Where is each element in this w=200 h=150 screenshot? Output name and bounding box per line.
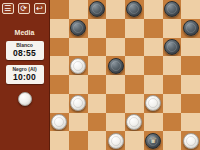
board-cell-c6[interactable] bbox=[88, 38, 107, 57]
board-cell-h4[interactable] bbox=[181, 75, 200, 94]
board-cell-e6[interactable] bbox=[125, 38, 144, 57]
board-cell-f1[interactable]: ♛ bbox=[144, 131, 163, 150]
piece-ring bbox=[73, 98, 83, 108]
board-cell-d2[interactable] bbox=[106, 113, 125, 132]
black-man-piece[interactable] bbox=[183, 20, 199, 36]
app: ☰ ⟳ ↩ Media Blanco 08:55 Negro (AI) 10:0… bbox=[0, 0, 200, 150]
board-cell-b1[interactable] bbox=[69, 131, 88, 150]
piece-ring bbox=[73, 23, 83, 33]
board-cell-e1[interactable] bbox=[125, 131, 144, 150]
board-cell-f6[interactable] bbox=[144, 38, 163, 57]
board-cell-c5[interactable] bbox=[88, 56, 107, 75]
board-cell-h3[interactable] bbox=[181, 94, 200, 113]
board-cell-d3[interactable] bbox=[106, 94, 125, 113]
board-cell-d1[interactable] bbox=[106, 131, 125, 150]
board-cell-b4[interactable] bbox=[69, 75, 88, 94]
board-cell-h8[interactable] bbox=[181, 0, 200, 19]
board-cell-b6[interactable] bbox=[69, 38, 88, 57]
black-king-piece[interactable]: ♛ bbox=[145, 133, 161, 149]
white-man-piece[interactable] bbox=[70, 95, 86, 111]
difficulty-label: Media bbox=[15, 29, 35, 36]
undo-button[interactable]: ↩ bbox=[34, 3, 46, 14]
board-cell-g5[interactable] bbox=[163, 56, 182, 75]
black-man-piece[interactable] bbox=[126, 1, 142, 17]
black-man-piece[interactable] bbox=[89, 1, 105, 17]
board-cell-f7[interactable] bbox=[144, 19, 163, 38]
piece-ring bbox=[111, 136, 121, 146]
board-cell-a5[interactable] bbox=[50, 56, 69, 75]
piece-ring bbox=[186, 23, 196, 33]
board-cell-a2[interactable] bbox=[50, 113, 69, 132]
white-timer-card: Blanco 08:55 bbox=[6, 41, 44, 60]
board-cell-b7[interactable] bbox=[69, 19, 88, 38]
board: ♛ bbox=[50, 0, 200, 150]
board-cell-c7[interactable] bbox=[88, 19, 107, 38]
board-cell-g7[interactable] bbox=[163, 19, 182, 38]
board-cell-a1[interactable] bbox=[50, 131, 69, 150]
piece-ring bbox=[186, 136, 196, 146]
board-cell-c3[interactable] bbox=[88, 94, 107, 113]
board-cell-e8[interactable] bbox=[125, 0, 144, 19]
board-cell-b3[interactable] bbox=[69, 94, 88, 113]
black-timer-card: Negro (AI) 10:00 bbox=[6, 65, 44, 84]
white-man-piece[interactable] bbox=[70, 58, 86, 74]
board-cell-c4[interactable] bbox=[88, 75, 107, 94]
board-cell-h7[interactable] bbox=[181, 19, 200, 38]
white-man-piece[interactable] bbox=[145, 95, 161, 111]
black-man-piece[interactable] bbox=[70, 20, 86, 36]
black-man-piece[interactable] bbox=[164, 1, 180, 17]
board-cell-d7[interactable] bbox=[106, 19, 125, 38]
white-man-piece[interactable] bbox=[183, 133, 199, 149]
board-cell-a8[interactable] bbox=[50, 0, 69, 19]
white-man-piece[interactable] bbox=[108, 133, 124, 149]
board-cell-d4[interactable] bbox=[106, 75, 125, 94]
board-cell-e5[interactable] bbox=[125, 56, 144, 75]
white-timer-value: 08:55 bbox=[6, 48, 44, 58]
board-cell-g1[interactable] bbox=[163, 131, 182, 150]
menu-icon: ☰ bbox=[4, 4, 11, 12]
board-cell-g4[interactable] bbox=[163, 75, 182, 94]
board-cell-b5[interactable] bbox=[69, 56, 88, 75]
board-cell-g6[interactable] bbox=[163, 38, 182, 57]
black-timer-value: 10:00 bbox=[6, 72, 44, 82]
piece-ring bbox=[167, 42, 177, 52]
board-cell-d5[interactable] bbox=[106, 56, 125, 75]
board-cell-h5[interactable] bbox=[181, 56, 200, 75]
board-cell-h1[interactable] bbox=[181, 131, 200, 150]
menu-button[interactable]: ☰ bbox=[2, 3, 14, 14]
board-cell-g8[interactable] bbox=[163, 0, 182, 19]
board-cell-a4[interactable] bbox=[50, 75, 69, 94]
board-cell-h2[interactable] bbox=[181, 113, 200, 132]
board-cell-e7[interactable] bbox=[125, 19, 144, 38]
board-cell-f8[interactable] bbox=[144, 0, 163, 19]
board-cell-g3[interactable] bbox=[163, 94, 182, 113]
piece-ring bbox=[54, 117, 64, 127]
board-cell-c1[interactable] bbox=[88, 131, 107, 150]
board-cell-a7[interactable] bbox=[50, 19, 69, 38]
toolbar: ☰ ⟳ ↩ bbox=[2, 3, 48, 14]
sidebar: ☰ ⟳ ↩ Media Blanco 08:55 Negro (AI) 10:0… bbox=[0, 0, 50, 150]
piece-ring bbox=[129, 117, 139, 127]
board-cell-e4[interactable] bbox=[125, 75, 144, 94]
board-cell-d6[interactable] bbox=[106, 38, 125, 57]
undo-icon: ↩ bbox=[36, 4, 43, 12]
white-man-piece[interactable] bbox=[51, 114, 67, 130]
board-cell-b8[interactable] bbox=[69, 0, 88, 19]
board-cell-c8[interactable] bbox=[88, 0, 107, 19]
board-cell-e3[interactable] bbox=[125, 94, 144, 113]
black-man-piece[interactable] bbox=[164, 39, 180, 55]
piece-ring bbox=[167, 4, 177, 14]
board-cell-d8[interactable] bbox=[106, 0, 125, 19]
restart-button[interactable]: ⟳ bbox=[18, 3, 30, 14]
piece-ring bbox=[129, 4, 139, 14]
board-cell-a6[interactable] bbox=[50, 38, 69, 57]
white-man-piece[interactable] bbox=[126, 114, 142, 130]
piece-ring bbox=[111, 61, 121, 71]
board-cell-b2[interactable] bbox=[69, 113, 88, 132]
crown-icon: ♛ bbox=[150, 137, 157, 145]
restart-icon: ⟳ bbox=[20, 4, 27, 12]
board-cell-g2[interactable] bbox=[163, 113, 182, 132]
board-cell-a3[interactable] bbox=[50, 94, 69, 113]
piece-ring bbox=[148, 98, 158, 108]
piece-ring bbox=[92, 4, 102, 14]
board-cell-e2[interactable] bbox=[125, 113, 144, 132]
board-cell-f3[interactable] bbox=[144, 94, 163, 113]
board-cell-f5[interactable] bbox=[144, 56, 163, 75]
board-cell-h6[interactable] bbox=[181, 38, 200, 57]
board-cell-c2[interactable] bbox=[88, 113, 107, 132]
turn-indicator-piece bbox=[18, 92, 32, 106]
black-man-piece[interactable] bbox=[108, 58, 124, 74]
board-cell-f2[interactable] bbox=[144, 113, 163, 132]
piece-ring bbox=[73, 61, 83, 71]
board-cell-f4[interactable] bbox=[144, 75, 163, 94]
